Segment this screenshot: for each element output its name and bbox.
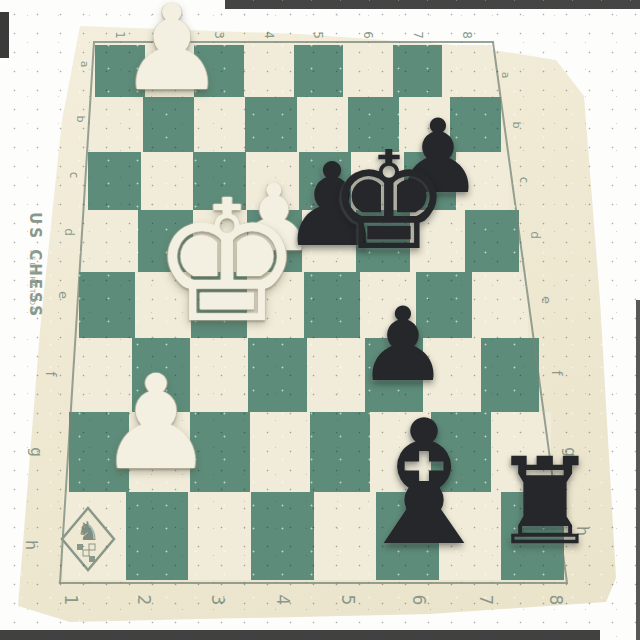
square-h4[interactable] xyxy=(251,492,314,580)
square-h2[interactable] xyxy=(126,492,189,580)
coord-top-rank-4: 4 xyxy=(263,31,275,39)
coord-right-file-f: f xyxy=(550,371,564,376)
coord-left-file-d: d xyxy=(63,228,75,236)
coord-top-rank-5: 5 xyxy=(312,31,324,39)
square-d8[interactable] xyxy=(465,210,519,272)
square-e1[interactable] xyxy=(79,272,135,338)
coord-bottom-rank-1: 1 xyxy=(62,595,79,606)
coord-left-file-b: b xyxy=(75,116,86,123)
piece-white-pawn-a2[interactable]: ♟ xyxy=(119,0,225,107)
photo-of-chessboard: 1122334455667788aabbccddeeffgghh US CHES… xyxy=(0,0,640,640)
square-d1[interactable] xyxy=(84,210,138,272)
square-a4[interactable] xyxy=(244,45,294,97)
us-chess-federation-text: FEDERATION xyxy=(28,250,36,314)
square-c1[interactable] xyxy=(88,152,141,210)
coord-bottom-rank-3: 3 xyxy=(209,595,226,606)
coord-bottom-rank-8: 8 xyxy=(547,595,564,606)
coord-right-file-b: b xyxy=(511,122,522,129)
piece-black-king-d6[interactable]: ♚ xyxy=(328,133,450,269)
piece-black-pawn-f6[interactable]: ♟ xyxy=(357,294,448,396)
coord-top-rank-8: 8 xyxy=(461,31,473,39)
coord-left-file-c: c xyxy=(68,172,80,179)
square-a7[interactable] xyxy=(393,45,443,97)
piece-black-bishop-h6[interactable]: ♝ xyxy=(347,398,501,570)
coord-top-rank-7: 7 xyxy=(412,31,424,39)
coord-top-rank-6: 6 xyxy=(362,31,374,39)
coord-bottom-rank-6: 6 xyxy=(410,595,427,606)
coord-left-file-a: a xyxy=(79,61,90,68)
coord-right-file-e: e xyxy=(540,296,553,304)
knight-diamond-logo-icon: ♞ xyxy=(60,506,116,572)
coord-left-file-e: e xyxy=(57,291,70,299)
coord-right-file-c: c xyxy=(518,177,530,184)
coord-right-file-d: d xyxy=(529,231,541,239)
svg-text:♞: ♞ xyxy=(76,516,99,546)
square-g4[interactable] xyxy=(250,412,310,492)
coord-bottom-rank-5: 5 xyxy=(339,595,356,606)
square-a5[interactable] xyxy=(294,45,344,97)
square-a8[interactable] xyxy=(442,45,492,97)
piece-white-pawn-g2[interactable]: ♟ xyxy=(98,358,215,488)
square-e8[interactable] xyxy=(472,272,528,338)
coord-right-file-a: a xyxy=(500,72,511,79)
coord-bottom-rank-2: 2 xyxy=(135,595,152,606)
coord-bottom-rank-7: 7 xyxy=(477,595,494,606)
coord-left-file-g: g xyxy=(28,447,43,457)
coord-bottom-rank-4: 4 xyxy=(274,595,291,606)
piece-black-rook-h8[interactable]: ♜ xyxy=(491,442,599,562)
board-row-e xyxy=(79,272,528,338)
coord-left-file-f: f xyxy=(44,372,58,377)
square-h3[interactable] xyxy=(188,492,251,580)
square-e5[interactable] xyxy=(304,272,360,338)
coord-left-file-h: h xyxy=(23,540,39,550)
square-a6[interactable] xyxy=(343,45,393,97)
